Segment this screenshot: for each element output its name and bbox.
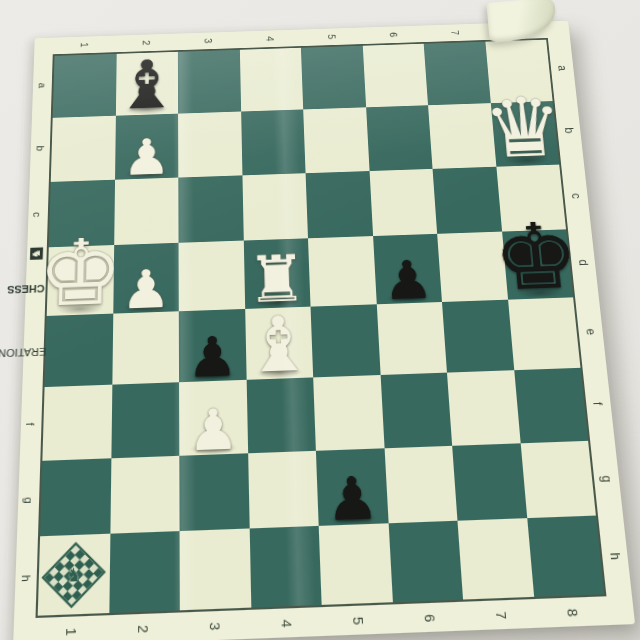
square-a1[interactable] <box>53 54 117 118</box>
square-h8[interactable] <box>527 516 604 597</box>
square-e5[interactable] <box>311 304 381 377</box>
square-c5[interactable] <box>306 171 373 239</box>
square-f2[interactable] <box>111 382 179 458</box>
square-g6[interactable] <box>384 445 457 523</box>
square-a3[interactable] <box>178 50 241 114</box>
square-a4[interactable] <box>239 48 303 112</box>
square-e1[interactable] <box>45 314 113 387</box>
square-h7[interactable] <box>457 518 533 599</box>
square-f4[interactable] <box>246 377 316 453</box>
square-b8[interactable]: ♛ <box>490 101 559 166</box>
square-g1[interactable] <box>40 458 111 537</box>
square-d6[interactable]: ♟ <box>373 234 442 304</box>
piece-white-pawn-f3[interactable]: ♟ <box>187 400 239 459</box>
square-b2[interactable]: ♟ <box>115 113 179 179</box>
square-e4[interactable]: ♝ <box>245 307 313 380</box>
square-e6[interactable] <box>376 302 447 375</box>
square-c4[interactable] <box>242 173 308 241</box>
square-g8[interactable] <box>520 440 596 518</box>
square-g7[interactable] <box>452 443 527 521</box>
square-h5[interactable] <box>319 524 393 605</box>
square-f7[interactable] <box>447 370 520 445</box>
square-h6[interactable] <box>388 521 463 602</box>
square-f1[interactable] <box>42 384 111 460</box>
square-g5[interactable]: ♟ <box>316 448 388 526</box>
piece-white-pawn-d2[interactable]: ♟ <box>121 263 171 318</box>
square-b3[interactable] <box>178 111 242 177</box>
square-b1[interactable] <box>51 116 116 182</box>
square-d2[interactable]: ♟ <box>113 243 179 314</box>
square-e7[interactable] <box>442 300 514 373</box>
square-c6[interactable] <box>369 168 437 236</box>
square-h3[interactable] <box>180 529 251 611</box>
square-h4[interactable] <box>249 526 321 607</box>
piece-white-queen-b8[interactable]: ♛ <box>481 86 568 170</box>
square-f6[interactable] <box>380 372 452 447</box>
piece-black-bishop-a2[interactable]: ♝ <box>114 51 180 119</box>
square-g2[interactable] <box>110 455 180 534</box>
square-h1[interactable]: ♞ <box>38 534 110 616</box>
piece-black-pawn-g5[interactable]: ♟ <box>325 469 380 530</box>
piece-white-pawn-b2[interactable]: ♟ <box>122 132 170 183</box>
piece-black-king-d8[interactable]: ♚ <box>490 211 583 304</box>
square-e2[interactable] <box>112 311 179 384</box>
square-e3[interactable]: ♟ <box>179 309 246 382</box>
square-e8[interactable] <box>508 297 581 370</box>
square-a6[interactable] <box>362 44 428 107</box>
photo-background: 12345678 ♞ US CHESS FEDERATION abcdefgh … <box>0 0 640 640</box>
board-squares: ♝♟♛♚♟♜♟♚♟♝♟♟♞ <box>36 38 607 618</box>
square-b4[interactable] <box>241 109 306 175</box>
piece-black-pawn-d6[interactable]: ♟ <box>382 253 435 307</box>
square-h2[interactable] <box>109 531 180 613</box>
square-a5[interactable] <box>301 46 366 109</box>
piece-white-king-d1[interactable]: ♚ <box>36 226 123 320</box>
square-d5[interactable] <box>308 236 376 306</box>
square-d8[interactable]: ♚ <box>502 230 573 300</box>
square-g3[interactable] <box>179 453 249 532</box>
square-f5[interactable] <box>313 375 384 451</box>
square-a2[interactable]: ♝ <box>115 52 178 116</box>
square-b6[interactable] <box>366 105 433 171</box>
square-c3[interactable] <box>178 175 243 243</box>
square-d4[interactable]: ♜ <box>243 239 310 309</box>
square-d3[interactable] <box>179 241 245 311</box>
square-g4[interactable] <box>248 450 319 528</box>
us-chess-corner-logo: ♞ <box>42 542 106 608</box>
chessboard: 12345678 ♞ US CHESS FEDERATION abcdefgh … <box>13 21 635 640</box>
square-d1[interactable]: ♚ <box>47 245 114 316</box>
square-a7[interactable] <box>424 42 491 105</box>
square-f8[interactable] <box>514 368 588 443</box>
piece-white-bishop-e4[interactable]: ♝ <box>243 305 315 383</box>
piece-black-pawn-e3[interactable]: ♟ <box>187 329 238 386</box>
square-b5[interactable] <box>303 107 369 173</box>
square-f3[interactable]: ♟ <box>179 380 248 456</box>
knight-icon: ♞ <box>66 565 83 584</box>
